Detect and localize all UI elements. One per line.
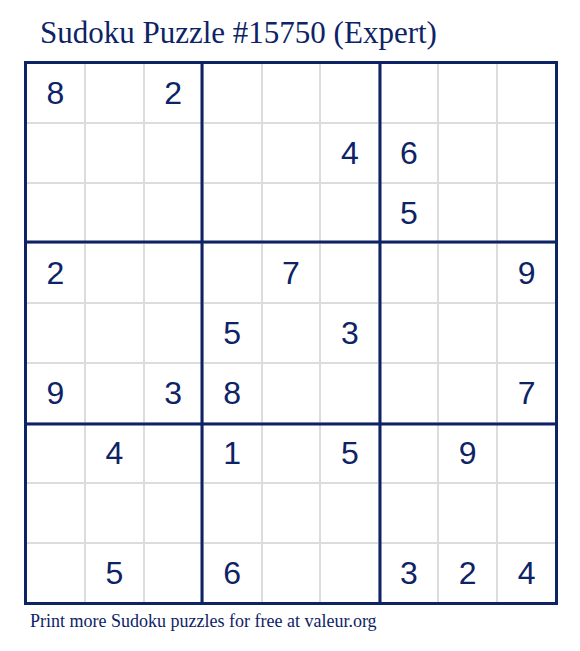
cell-r2c2[interactable] xyxy=(86,124,143,182)
cell-r5c4[interactable]: 5 xyxy=(204,304,261,362)
cell-r4c9[interactable]: 9 xyxy=(498,244,555,302)
cell-r6c6[interactable] xyxy=(321,364,378,422)
cell-r9c4[interactable]: 6 xyxy=(204,544,261,602)
cell-r9c6[interactable] xyxy=(321,544,378,602)
cell-r9c3[interactable] xyxy=(145,544,202,602)
cell-r6c1[interactable]: 9 xyxy=(27,364,84,422)
cell-r2c3[interactable] xyxy=(145,124,202,182)
cell-r2c8[interactable] xyxy=(439,124,496,182)
cell-r5c2[interactable] xyxy=(86,304,143,362)
cell-r2c6[interactable]: 4 xyxy=(321,124,378,182)
cell-r7c2[interactable]: 4 xyxy=(86,424,143,482)
cell-r6c8[interactable] xyxy=(439,364,496,422)
cell-r4c8[interactable] xyxy=(439,244,496,302)
cell-r8c2[interactable] xyxy=(86,484,143,542)
cell-r5c7[interactable] xyxy=(380,304,437,362)
cell-r7c9[interactable] xyxy=(498,424,555,482)
cell-r8c6[interactable] xyxy=(321,484,378,542)
cell-r4c7[interactable] xyxy=(380,244,437,302)
cell-r8c7[interactable] xyxy=(380,484,437,542)
cell-r8c8[interactable] xyxy=(439,484,496,542)
cell-r3c1[interactable] xyxy=(27,184,84,242)
cell-r9c7[interactable]: 3 xyxy=(380,544,437,602)
sudoku-grid: 82465279539387415956324 xyxy=(24,61,558,605)
cell-r7c8[interactable]: 9 xyxy=(439,424,496,482)
cell-r7c7[interactable] xyxy=(380,424,437,482)
cell-r1c3[interactable]: 2 xyxy=(145,64,202,122)
cell-r2c1[interactable] xyxy=(27,124,84,182)
cell-r5c3[interactable] xyxy=(145,304,202,362)
cell-r8c5[interactable] xyxy=(263,484,320,542)
cell-r3c6[interactable] xyxy=(321,184,378,242)
cell-r5c9[interactable] xyxy=(498,304,555,362)
cell-r5c8[interactable] xyxy=(439,304,496,362)
cell-r3c3[interactable] xyxy=(145,184,202,242)
cell-r9c1[interactable] xyxy=(27,544,84,602)
cell-r7c3[interactable] xyxy=(145,424,202,482)
cell-r6c2[interactable] xyxy=(86,364,143,422)
cell-r7c6[interactable]: 5 xyxy=(321,424,378,482)
sudoku-page: Sudoku Puzzle #15750 (Expert) 8246527953… xyxy=(0,0,580,651)
cell-r4c4[interactable] xyxy=(204,244,261,302)
cell-r2c4[interactable] xyxy=(204,124,261,182)
cell-r1c8[interactable] xyxy=(439,64,496,122)
cell-r8c1[interactable] xyxy=(27,484,84,542)
cell-r1c4[interactable] xyxy=(204,64,261,122)
cell-r3c9[interactable] xyxy=(498,184,555,242)
cell-r1c5[interactable] xyxy=(263,64,320,122)
cell-r6c5[interactable] xyxy=(263,364,320,422)
cell-r9c2[interactable]: 5 xyxy=(86,544,143,602)
cell-r7c1[interactable] xyxy=(27,424,84,482)
cell-r4c2[interactable] xyxy=(86,244,143,302)
cell-r3c8[interactable] xyxy=(439,184,496,242)
footer-credit: Print more Sudoku puzzles for free at va… xyxy=(30,611,377,632)
cell-r9c5[interactable] xyxy=(263,544,320,602)
cell-r5c6[interactable]: 3 xyxy=(321,304,378,362)
cell-r5c5[interactable] xyxy=(263,304,320,362)
cell-r9c8[interactable]: 2 xyxy=(439,544,496,602)
cell-r1c7[interactable] xyxy=(380,64,437,122)
cell-r6c7[interactable] xyxy=(380,364,437,422)
cell-r9c9[interactable]: 4 xyxy=(498,544,555,602)
cell-r6c4[interactable]: 8 xyxy=(204,364,261,422)
cell-r4c6[interactable] xyxy=(321,244,378,302)
cell-r3c5[interactable] xyxy=(263,184,320,242)
cell-r4c1[interactable]: 2 xyxy=(27,244,84,302)
cell-r1c6[interactable] xyxy=(321,64,378,122)
cell-r3c2[interactable] xyxy=(86,184,143,242)
cell-r7c5[interactable] xyxy=(263,424,320,482)
cell-r8c3[interactable] xyxy=(145,484,202,542)
sudoku-board: 82465279539387415956324 xyxy=(24,61,558,605)
cell-r7c4[interactable]: 1 xyxy=(204,424,261,482)
cell-r4c3[interactable] xyxy=(145,244,202,302)
cell-r1c1[interactable]: 8 xyxy=(27,64,84,122)
cell-r2c5[interactable] xyxy=(263,124,320,182)
cell-r8c9[interactable] xyxy=(498,484,555,542)
cell-r4c5[interactable]: 7 xyxy=(263,244,320,302)
page-title: Sudoku Puzzle #15750 (Expert) xyxy=(40,14,437,52)
cell-r6c3[interactable]: 3 xyxy=(145,364,202,422)
cell-r3c7[interactable]: 5 xyxy=(380,184,437,242)
cell-r1c2[interactable] xyxy=(86,64,143,122)
cell-r8c4[interactable] xyxy=(204,484,261,542)
cell-r2c9[interactable] xyxy=(498,124,555,182)
cell-r1c9[interactable] xyxy=(498,64,555,122)
cell-r3c4[interactable] xyxy=(204,184,261,242)
cell-r6c9[interactable]: 7 xyxy=(498,364,555,422)
cell-r5c1[interactable] xyxy=(27,304,84,362)
cell-r2c7[interactable]: 6 xyxy=(380,124,437,182)
